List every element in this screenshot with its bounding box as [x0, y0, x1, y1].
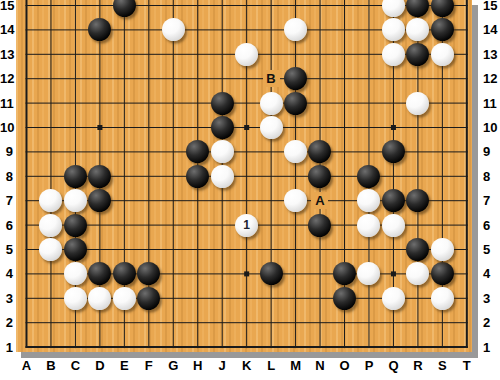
white-stone-B7[interactable]	[39, 189, 62, 212]
row-label-right-1: 1	[483, 340, 499, 355]
col-label-S: S	[435, 358, 449, 373]
row-label-right-5: 5	[483, 242, 499, 257]
row-label-left-10: 10	[0, 120, 13, 135]
row-label-right-15: 15	[483, 0, 499, 13]
white-stone-Q13[interactable]	[382, 43, 405, 66]
black-stone-Q7[interactable]	[382, 189, 405, 212]
white-stone-R4[interactable]	[406, 262, 429, 285]
white-stone-E3[interactable]	[113, 287, 136, 310]
white-stone-S13[interactable]	[431, 43, 454, 66]
white-stone-R14[interactable]	[406, 18, 429, 41]
col-label-F: F	[142, 358, 156, 373]
row-label-right-13: 13	[483, 47, 499, 62]
letter-label-B-L12: B	[263, 70, 280, 87]
white-stone-Q6[interactable]	[382, 214, 405, 237]
row-label-right-11: 11	[483, 96, 499, 111]
black-stone-H9[interactable]	[186, 140, 209, 163]
row-label-right-14: 14	[483, 22, 499, 37]
black-stone-D7[interactable]	[88, 189, 111, 212]
white-stone-P4[interactable]	[357, 262, 380, 285]
black-stone-J10[interactable]	[211, 116, 234, 139]
white-stone-Q14[interactable]	[382, 18, 405, 41]
col-label-N: N	[313, 358, 327, 373]
row-label-right-6: 6	[483, 218, 499, 233]
row-label-left-4: 4	[0, 266, 13, 281]
black-stone-S14[interactable]	[431, 18, 454, 41]
black-stone-H8[interactable]	[186, 165, 209, 188]
col-label-B: B	[44, 358, 58, 373]
white-stone-S5[interactable]	[431, 238, 454, 261]
row-label-right-7: 7	[483, 193, 499, 208]
row-label-right-2: 2	[483, 315, 499, 330]
black-stone-D4[interactable]	[88, 262, 111, 285]
col-label-O: O	[338, 358, 352, 373]
white-stone-L10[interactable]	[260, 116, 283, 139]
row-label-left-1: 1	[0, 340, 13, 355]
black-stone-Q9[interactable]	[382, 140, 405, 163]
black-stone-S4[interactable]	[431, 262, 454, 285]
white-stone-C7[interactable]	[64, 189, 87, 212]
white-stone-M7[interactable]	[284, 189, 307, 212]
black-stone-F4[interactable]	[137, 262, 160, 285]
col-label-L: L	[264, 358, 278, 373]
col-label-D: D	[93, 358, 107, 373]
row-label-right-10: 10	[483, 120, 499, 135]
white-stone-R11[interactable]	[406, 92, 429, 115]
go-board-screenshot: 1AB 151413121110987654321 15141312111098…	[0, 0, 500, 380]
black-stone-J11[interactable]	[211, 92, 234, 115]
white-stone-S3[interactable]	[431, 287, 454, 310]
row-label-right-8: 8	[483, 169, 499, 184]
row-label-left-7: 7	[0, 193, 13, 208]
letter-label-A-N7: A	[311, 192, 328, 209]
black-stone-N8[interactable]	[308, 165, 331, 188]
row-label-left-15: 15	[0, 0, 13, 13]
row-label-right-3: 3	[483, 291, 499, 306]
row-label-left-12: 12	[0, 71, 13, 86]
black-stone-N9[interactable]	[308, 140, 331, 163]
row-label-left-11: 11	[0, 96, 13, 111]
white-stone-D3[interactable]	[88, 287, 111, 310]
white-stone-K13[interactable]	[235, 43, 258, 66]
black-stone-N6[interactable]	[308, 214, 331, 237]
white-stone-G14[interactable]	[162, 18, 185, 41]
row-label-right-9: 9	[483, 144, 499, 159]
black-stone-E4[interactable]	[113, 262, 136, 285]
black-stone-C8[interactable]	[64, 165, 87, 188]
col-label-M: M	[289, 358, 303, 373]
white-stone-J9[interactable]	[211, 140, 234, 163]
col-label-H: H	[191, 358, 205, 373]
row-label-left-8: 8	[0, 169, 13, 184]
black-stone-M11[interactable]	[284, 92, 307, 115]
black-stone-D8[interactable]	[88, 165, 111, 188]
col-label-P: P	[362, 358, 376, 373]
black-stone-O4[interactable]	[333, 262, 356, 285]
black-stone-L4[interactable]	[260, 262, 283, 285]
white-stone-B6[interactable]	[39, 214, 62, 237]
white-stone-L11[interactable]	[260, 92, 283, 115]
row-label-right-12: 12	[483, 71, 499, 86]
white-stone-C3[interactable]	[64, 287, 87, 310]
row-label-left-3: 3	[0, 291, 13, 306]
black-stone-M12[interactable]	[284, 67, 307, 90]
col-label-J: J	[215, 358, 229, 373]
black-stone-C6[interactable]	[64, 214, 87, 237]
row-label-right-4: 4	[483, 266, 499, 281]
black-stone-E15[interactable]	[113, 0, 136, 17]
black-stone-S15[interactable]	[431, 0, 454, 17]
row-label-left-6: 6	[0, 218, 13, 233]
black-stone-R13[interactable]	[406, 43, 429, 66]
black-stone-R15[interactable]	[406, 0, 429, 17]
white-stone-J8[interactable]	[211, 165, 234, 188]
move-number-label-K6: 1	[235, 214, 258, 237]
black-stone-C5[interactable]	[64, 238, 87, 261]
black-stone-R5[interactable]	[406, 238, 429, 261]
black-stone-P8[interactable]	[357, 165, 380, 188]
white-stone-P6[interactable]	[357, 214, 380, 237]
white-stone-K6[interactable]: 1	[235, 214, 258, 237]
white-stone-C4[interactable]	[64, 262, 87, 285]
col-label-A: A	[20, 358, 34, 373]
col-label-G: G	[166, 358, 180, 373]
row-label-left-2: 2	[0, 315, 13, 330]
col-label-E: E	[117, 358, 131, 373]
col-label-T: T	[460, 358, 474, 373]
white-stone-M9[interactable]	[284, 140, 307, 163]
white-stone-M14[interactable]	[284, 18, 307, 41]
col-label-K: K	[240, 358, 254, 373]
black-stone-D14[interactable]	[88, 18, 111, 41]
board-grid[interactable]: 1AB	[14, 0, 479, 359]
black-stone-O3[interactable]	[333, 287, 356, 310]
row-label-left-9: 9	[0, 144, 13, 159]
row-label-left-14: 14	[0, 22, 13, 37]
col-label-Q: Q	[386, 358, 400, 373]
row-label-left-13: 13	[0, 47, 13, 62]
white-stone-Q15[interactable]	[382, 0, 405, 17]
white-stone-Q3[interactable]	[382, 287, 405, 310]
col-label-R: R	[411, 358, 425, 373]
white-stone-P7[interactable]	[357, 189, 380, 212]
white-stone-B5[interactable]	[39, 238, 62, 261]
black-stone-R7[interactable]	[406, 189, 429, 212]
col-label-C: C	[68, 358, 82, 373]
row-label-left-5: 5	[0, 242, 13, 257]
black-stone-F3[interactable]	[137, 287, 160, 310]
